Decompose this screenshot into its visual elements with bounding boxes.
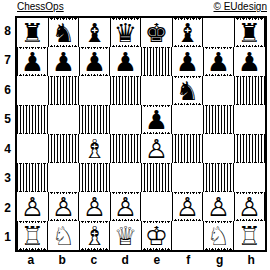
square-f6[interactable]: ♞ [172, 76, 203, 105]
square-c6[interactable] [79, 76, 110, 105]
square-b8[interactable]: ♞ [48, 18, 79, 47]
piece-black-pawn[interactable]: ♟ [112, 48, 139, 75]
piece-white-queen[interactable]: ♕ [112, 222, 139, 249]
square-b4[interactable] [48, 134, 79, 163]
square-a7[interactable]: ♟ [17, 47, 48, 76]
square-c8[interactable]: ♝ [79, 18, 110, 47]
square-h4[interactable] [234, 134, 265, 163]
square-a1[interactable]: ♖ [17, 221, 48, 250]
square-b1[interactable]: ♘ [48, 221, 79, 250]
piece-white-bishop[interactable]: ♗ [81, 223, 108, 248]
piece-black-bishop[interactable]: ♝ [81, 19, 108, 46]
piece-white-pawn[interactable]: ♙ [174, 194, 201, 219]
square-c2[interactable]: ♙ [79, 192, 110, 221]
credit-label: © EUdesign [213, 1, 267, 13]
rank-label-1: 1 [0, 223, 15, 253]
square-c5[interactable] [79, 105, 110, 134]
square-b6[interactable] [48, 76, 79, 105]
piece-white-king[interactable]: ♔ [143, 223, 170, 248]
piece-black-pawn[interactable]: ♟ [143, 107, 170, 132]
square-a3[interactable] [17, 163, 48, 192]
square-b2[interactable]: ♙ [48, 192, 79, 221]
piece-white-pawn[interactable]: ♙ [112, 194, 139, 219]
square-h3[interactable] [234, 163, 265, 192]
square-c4[interactable]: ♗ [79, 134, 110, 163]
piece-white-knight[interactable]: ♘ [50, 222, 77, 249]
square-e4[interactable]: ♙ [141, 134, 172, 163]
square-g8[interactable] [203, 18, 234, 47]
piece-black-knight[interactable]: ♞ [50, 20, 77, 45]
square-e5[interactable]: ♟ [141, 105, 172, 134]
piece-black-pawn[interactable]: ♟ [205, 49, 232, 74]
square-d3[interactable] [110, 163, 141, 192]
square-h8[interactable]: ♜ [234, 18, 265, 47]
square-e8[interactable]: ♚ [141, 18, 172, 47]
rank-label-8: 8 [0, 16, 15, 46]
file-label-h: h [236, 251, 268, 268]
rank-label-5: 5 [0, 105, 15, 135]
file-label-f: f [173, 251, 205, 268]
square-c7[interactable]: ♟ [79, 47, 110, 76]
piece-white-rook[interactable]: ♖ [19, 223, 46, 248]
square-h2[interactable]: ♙ [234, 192, 265, 221]
file-label-b: b [47, 251, 79, 268]
square-h5[interactable] [234, 105, 265, 134]
square-e3[interactable] [141, 163, 172, 192]
square-f8[interactable]: ♝ [172, 18, 203, 47]
piece-black-pawn[interactable]: ♟ [19, 49, 46, 74]
piece-white-bishop[interactable]: ♗ [81, 135, 108, 162]
square-f4[interactable] [172, 134, 203, 163]
file-label-e: e [141, 251, 173, 268]
piece-white-knight[interactable]: ♘ [205, 223, 232, 248]
chess-board[interactable]: ♜♞♝♛♚♝♜♟♟♟♟♟♟♟♞♟♗♙♙♙♙♙♙♙♙♖♘♗♕♔♘♖ [15, 16, 267, 252]
file-labels: abcdefgh [15, 251, 267, 268]
piece-white-rook[interactable]: ♖ [236, 222, 263, 249]
square-a2[interactable]: ♙ [17, 192, 48, 221]
square-g2[interactable]: ♙ [203, 192, 234, 221]
square-a5[interactable] [17, 105, 48, 134]
rank-label-7: 7 [0, 46, 15, 76]
square-f3[interactable] [172, 163, 203, 192]
square-d8[interactable]: ♛ [110, 18, 141, 47]
piece-black-king[interactable]: ♚ [143, 19, 170, 46]
square-d4[interactable] [110, 134, 141, 163]
square-h6[interactable] [234, 76, 265, 105]
rank-label-6: 6 [0, 75, 15, 105]
piece-black-rook[interactable]: ♜ [236, 20, 263, 45]
square-a6[interactable] [17, 76, 48, 105]
piece-white-pawn[interactable]: ♙ [236, 194, 263, 219]
square-f5[interactable] [172, 105, 203, 134]
square-g6[interactable] [203, 76, 234, 105]
file-label-g: g [204, 251, 236, 268]
file-label-d: d [110, 251, 142, 268]
rank-label-3: 3 [0, 164, 15, 194]
piece-black-rook[interactable]: ♜ [19, 19, 46, 46]
square-g4[interactable] [203, 134, 234, 163]
square-c3[interactable] [79, 163, 110, 192]
piece-black-pawn[interactable]: ♟ [174, 48, 201, 75]
square-d6[interactable] [110, 76, 141, 105]
piece-white-pawn[interactable]: ♙ [19, 193, 46, 220]
piece-black-bishop[interactable]: ♝ [174, 20, 201, 45]
square-f7[interactable]: ♟ [172, 47, 203, 76]
square-a8[interactable]: ♜ [17, 18, 48, 47]
square-e7[interactable] [141, 47, 172, 76]
rank-label-4: 4 [0, 134, 15, 164]
piece-white-pawn[interactable]: ♙ [143, 135, 170, 162]
square-g5[interactable] [203, 105, 234, 134]
piece-black-queen[interactable]: ♛ [112, 20, 139, 45]
square-g1[interactable]: ♘ [203, 221, 234, 250]
title-bar: ChessOps © EUdesign [17, 1, 267, 13]
square-h7[interactable]: ♟ [234, 47, 265, 76]
file-label-a: a [15, 251, 47, 268]
rank-labels: 87654321 [0, 16, 15, 252]
piece-white-pawn[interactable]: ♙ [50, 194, 77, 219]
square-g7[interactable]: ♟ [203, 47, 234, 76]
square-b5[interactable] [48, 105, 79, 134]
square-a4[interactable] [17, 134, 48, 163]
square-b3[interactable] [48, 163, 79, 192]
square-c1[interactable]: ♗ [79, 221, 110, 250]
piece-black-pawn[interactable]: ♟ [81, 49, 108, 74]
square-b7[interactable]: ♟ [48, 47, 79, 76]
square-d2[interactable]: ♙ [110, 192, 141, 221]
square-h1[interactable]: ♖ [234, 221, 265, 250]
square-d1[interactable]: ♕ [110, 221, 141, 250]
square-e6[interactable] [141, 76, 172, 105]
piece-white-pawn[interactable]: ♙ [81, 193, 108, 220]
piece-black-pawn[interactable]: ♟ [50, 48, 77, 75]
app-title: ChessOps [17, 1, 64, 13]
piece-black-pawn[interactable]: ♟ [236, 48, 263, 75]
square-f1[interactable] [172, 221, 203, 250]
file-label-c: c [78, 251, 110, 268]
piece-white-pawn[interactable]: ♙ [205, 193, 232, 220]
square-e2[interactable] [141, 192, 172, 221]
square-d7[interactable]: ♟ [110, 47, 141, 76]
square-g3[interactable] [203, 163, 234, 192]
square-d5[interactable] [110, 105, 141, 134]
piece-black-knight[interactable]: ♞ [174, 78, 201, 103]
square-e1[interactable]: ♔ [141, 221, 172, 250]
rank-label-2: 2 [0, 193, 15, 223]
square-f2[interactable]: ♙ [172, 192, 203, 221]
